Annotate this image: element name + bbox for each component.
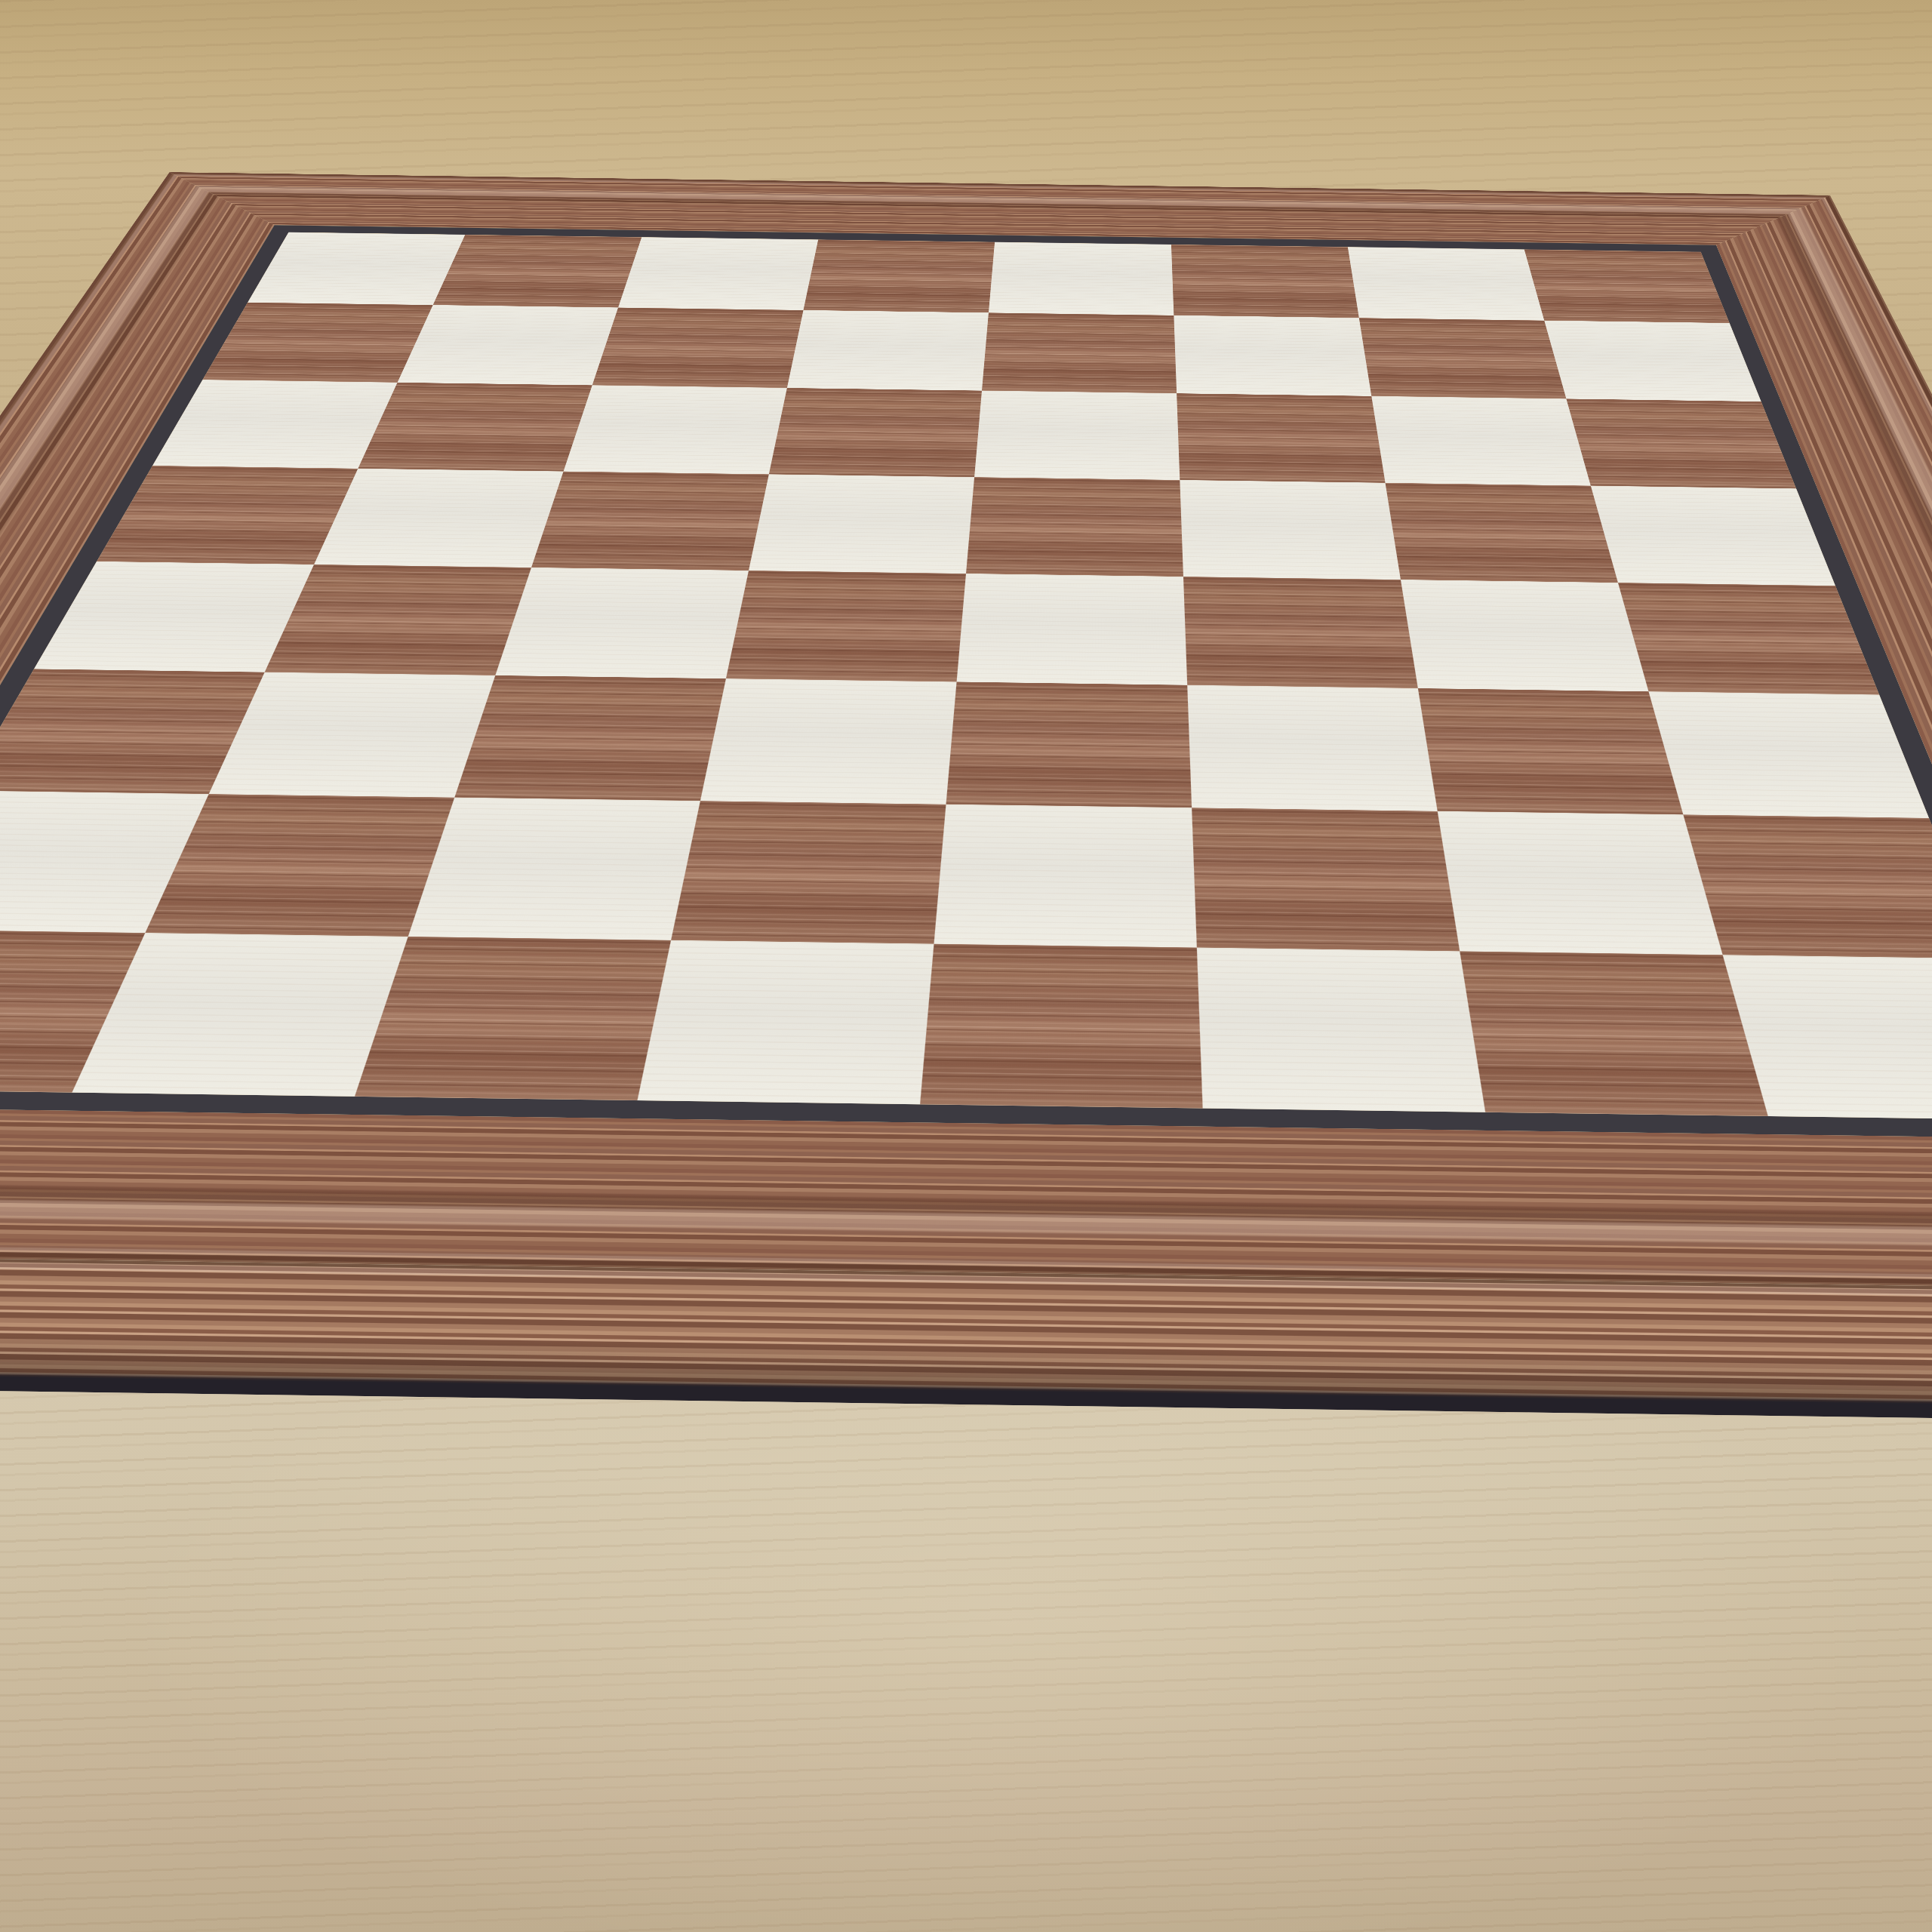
square-g1: [1460, 951, 1768, 1116]
table-surface: [0, 0, 1932, 1932]
square-g8: [1348, 247, 1544, 320]
square-d5: [749, 474, 974, 574]
square-h8: [1524, 250, 1730, 323]
square-c7: [592, 307, 804, 388]
square-g2: [1438, 811, 1723, 955]
square-d7: [787, 310, 989, 391]
square-b5: [314, 469, 564, 568]
square-e7: [982, 312, 1177, 393]
square-c5: [531, 472, 769, 571]
square-f1: [1197, 948, 1485, 1112]
square-d4: [726, 571, 966, 682]
square-h2: [1683, 814, 1932, 958]
square-f4: [1183, 577, 1418, 688]
square-f8: [1171, 245, 1359, 318]
square-b7: [398, 305, 619, 385]
square-b6: [358, 383, 592, 472]
square-h4: [1618, 583, 1879, 694]
square-c1: [355, 937, 671, 1100]
square-d6: [769, 388, 982, 477]
square-f3: [1187, 685, 1438, 811]
square-f5: [1180, 480, 1401, 580]
square-g5: [1386, 483, 1618, 583]
square-d1: [638, 940, 934, 1105]
square-h6: [1566, 398, 1796, 488]
chessboard: [0, 172, 1932, 1292]
square-e8: [989, 242, 1174, 315]
square-e3: [946, 681, 1192, 808]
square-h7: [1544, 321, 1761, 401]
square-f6: [1177, 393, 1385, 483]
square-e2: [934, 804, 1196, 948]
square-f2: [1192, 808, 1460, 951]
square-e5: [966, 477, 1183, 577]
square-g4: [1401, 580, 1649, 691]
square-e1: [920, 944, 1203, 1109]
square-f7: [1174, 315, 1371, 396]
square-c2: [408, 798, 700, 940]
square-g7: [1359, 318, 1567, 398]
square-e6: [974, 391, 1180, 480]
square-c4: [495, 568, 749, 678]
square-d2: [671, 801, 946, 943]
square-c3: [454, 675, 726, 801]
square-g6: [1371, 396, 1591, 486]
playing-area: [0, 232, 1932, 1121]
square-d3: [700, 678, 957, 804]
square-c6: [564, 385, 787, 474]
square-g3: [1418, 688, 1683, 814]
square-e4: [957, 574, 1188, 685]
square-c8: [618, 237, 818, 310]
